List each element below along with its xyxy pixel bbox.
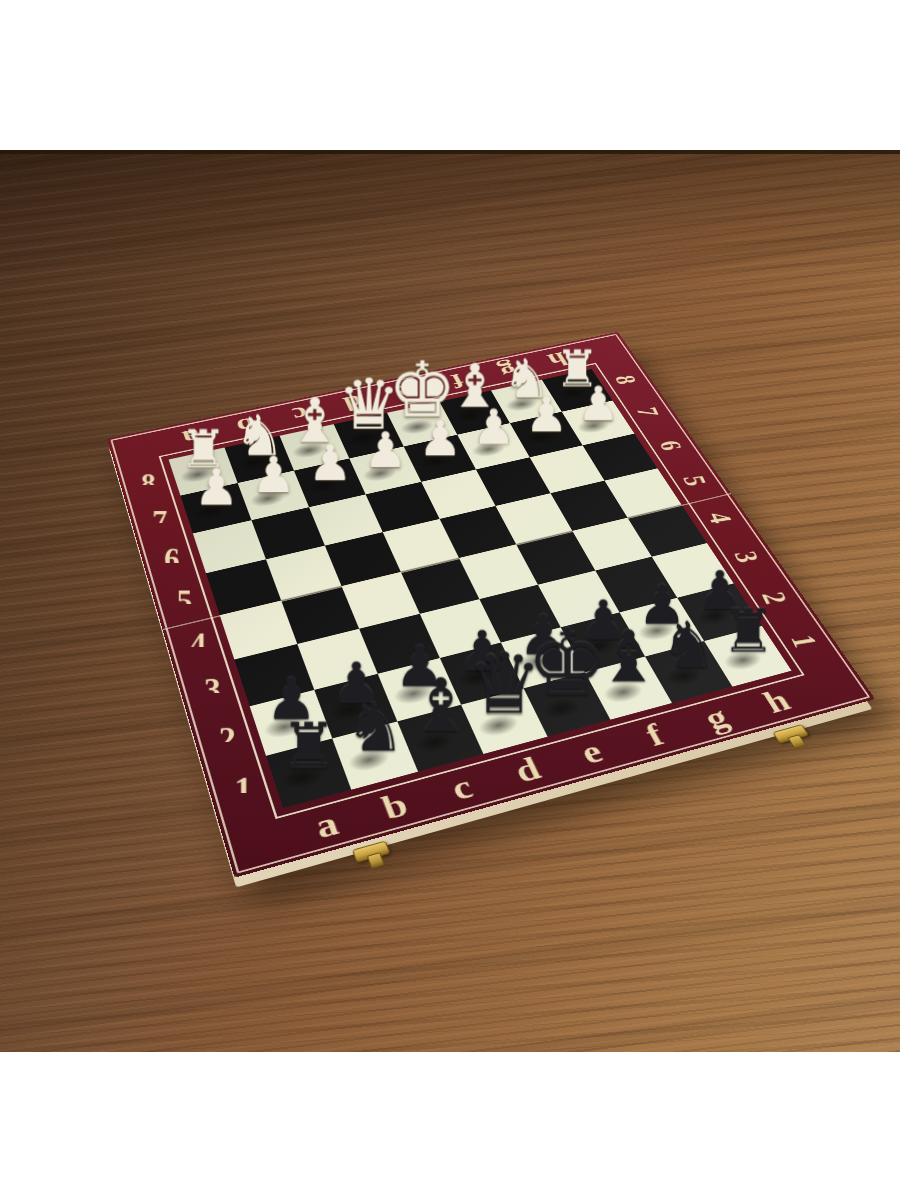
chess-board: aabbccddeeffgghh8877665544332211♜♞♝♛♚♝♞♜… — [107, 332, 875, 878]
photo-area: aabbccddeeffgghh8877665544332211♜♞♝♛♚♝♞♜… — [0, 150, 900, 1052]
rank-label-left-4: 4 — [166, 627, 229, 661]
file-label-bottom-a: a — [287, 800, 366, 851]
black-rook-a1[interactable]: ♜ — [229, 715, 388, 779]
file-label-bottom-b: b — [355, 781, 434, 831]
table-edge-line — [0, 150, 900, 154]
file-label-bottom-g: g — [678, 695, 755, 740]
brass-clasp-left — [352, 840, 391, 862]
brass-clasp-right — [772, 724, 809, 744]
rank-label-right-6: 6 — [647, 426, 692, 465]
file-label-bottom-h: h — [738, 679, 815, 723]
file-label-bottom-d: d — [488, 746, 566, 794]
rank-label-right-5: 5 — [671, 460, 718, 501]
rank-label-left-5: 5 — [154, 584, 216, 617]
white-pawn-a7[interactable]: ♟ — [148, 462, 283, 512]
page: aabbccddeeffgghh8877665544332211♜♞♝♛♚♝♞♜… — [0, 0, 900, 1200]
rank-label-left-1: 1 — [209, 772, 278, 809]
file-label-bottom-e: e — [553, 729, 631, 776]
rank-label-left-7: 7 — [130, 505, 189, 536]
rank-label-right-4: 4 — [695, 496, 744, 539]
file-label-bottom-f: f — [616, 712, 694, 758]
file-label-bottom-c: c — [423, 764, 502, 813]
rank-label-left-6: 6 — [142, 543, 202, 575]
